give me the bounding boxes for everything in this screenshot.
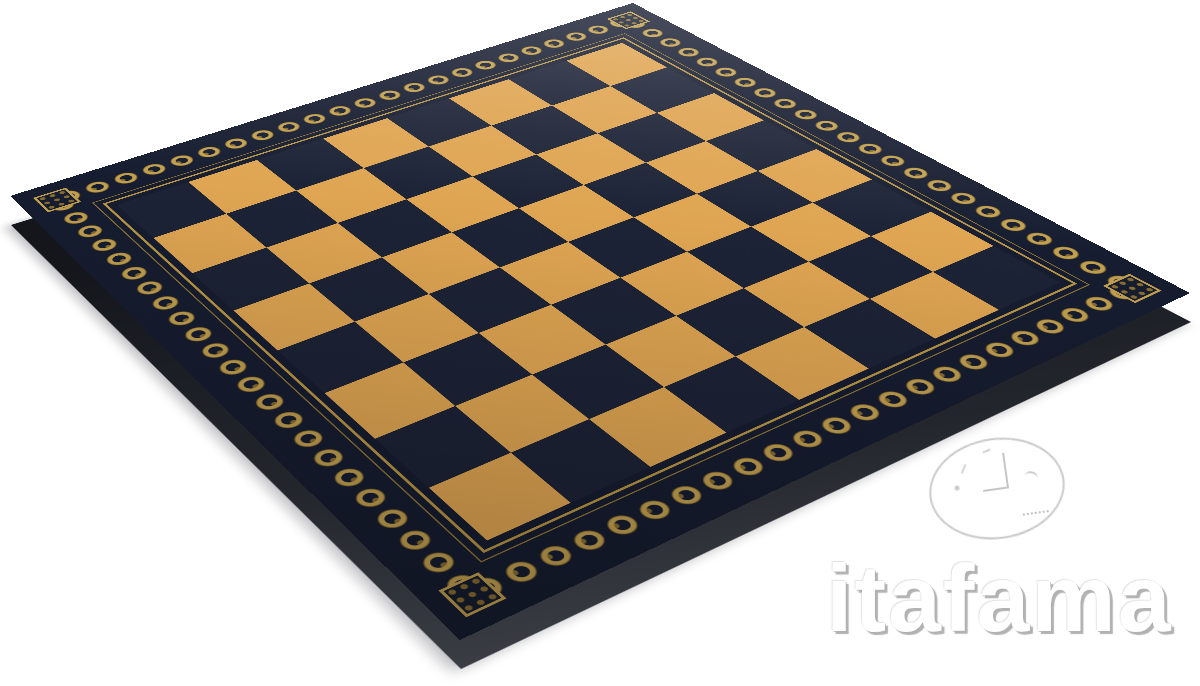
stamp-mark bbox=[954, 485, 960, 491]
stamp-mark bbox=[980, 442, 991, 453]
product-photo-stage: itafama bbox=[0, 0, 1200, 686]
watermark-text: itafama bbox=[826, 544, 1173, 653]
stamp-mark bbox=[978, 453, 1009, 492]
stamp-mark bbox=[961, 464, 976, 478]
stamp-mark bbox=[1023, 470, 1039, 486]
maker-stamp-logo bbox=[923, 429, 1072, 548]
stamp-mark bbox=[1022, 505, 1049, 516]
